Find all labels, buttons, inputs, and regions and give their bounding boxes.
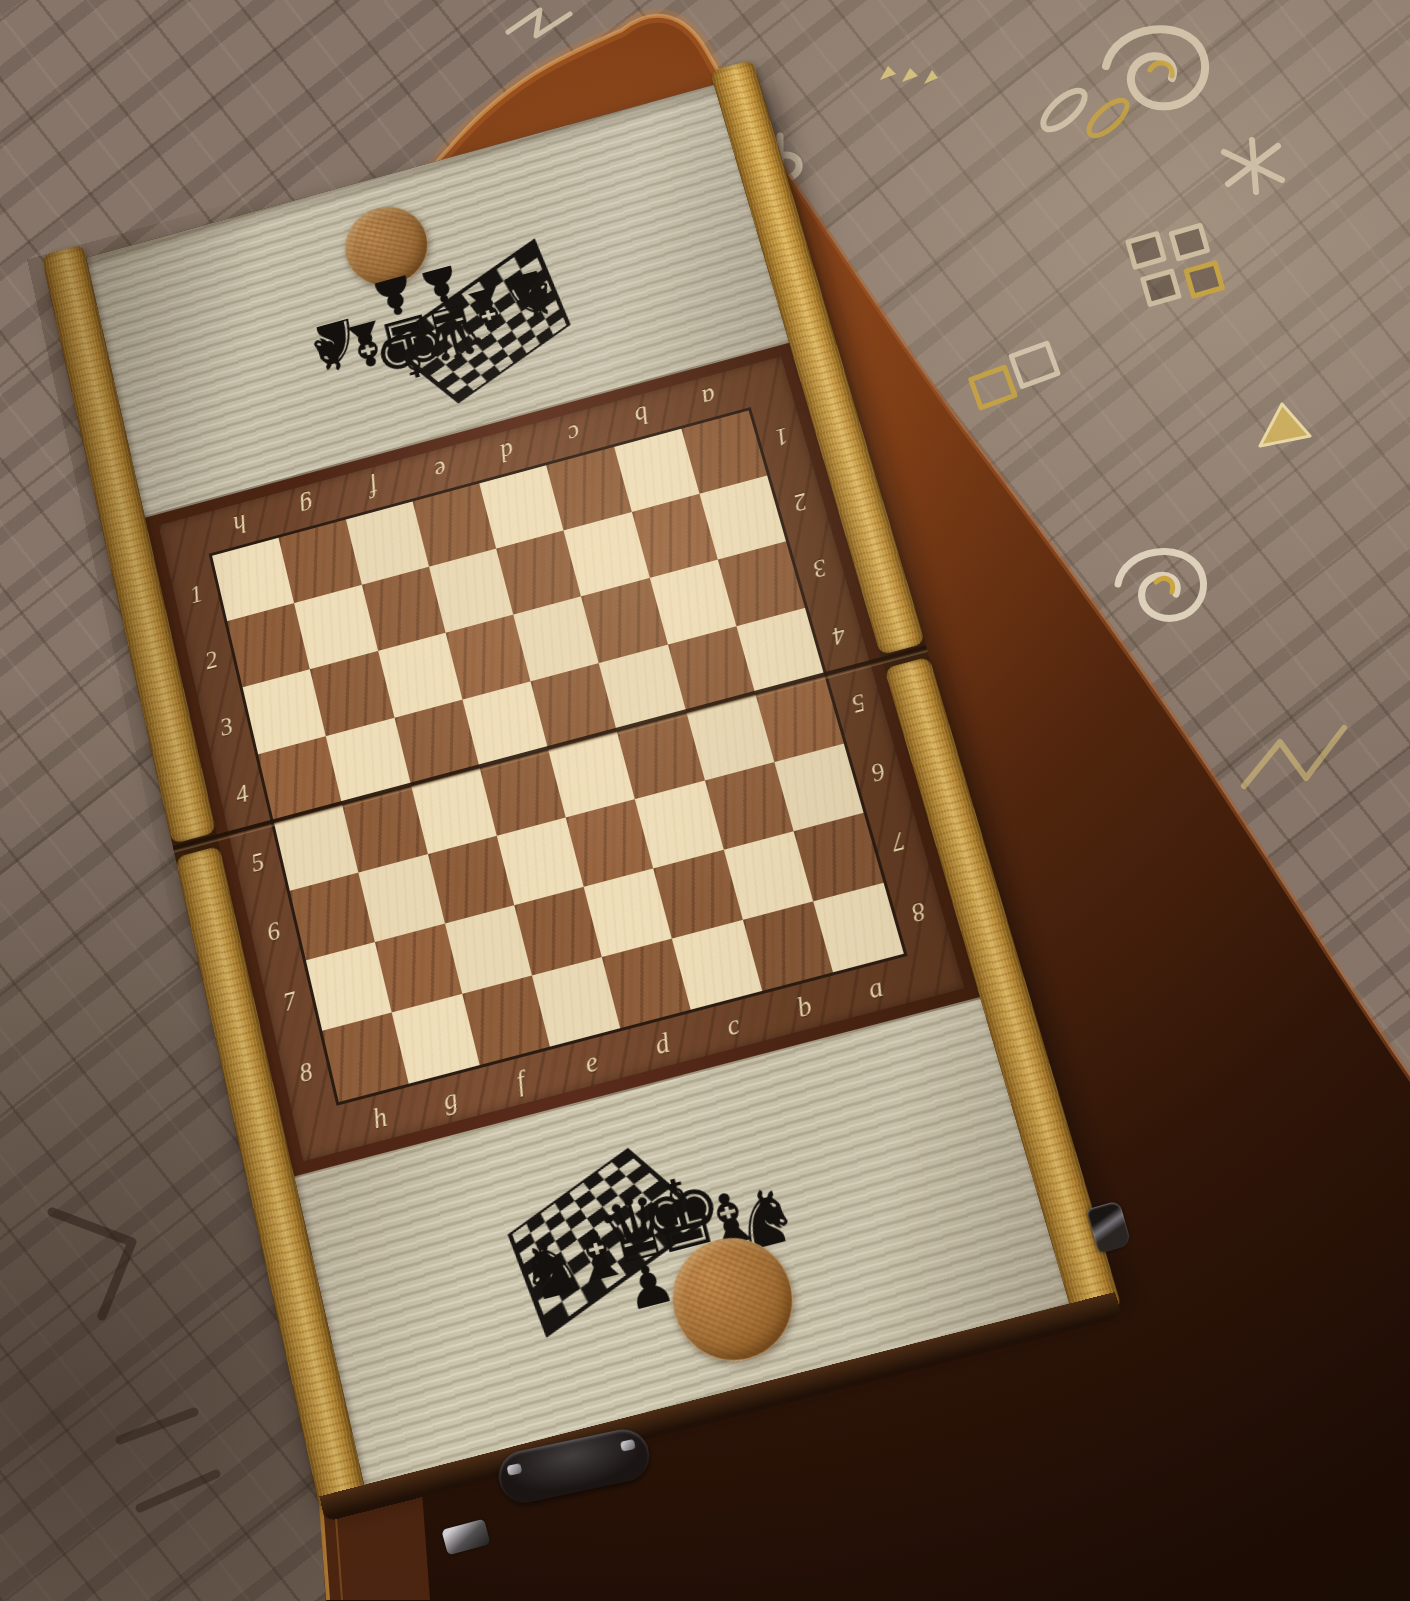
photo-scene: ♞♝♛♚♝♞♟♟ hgfedcba hgfedcba 12345678 1234… [0, 0, 1410, 1601]
